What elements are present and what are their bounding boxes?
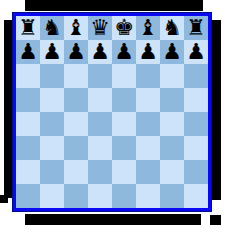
square-h7[interactable]: ♟ <box>184 40 208 64</box>
square-b1[interactable] <box>40 184 64 208</box>
square-c1[interactable] <box>64 184 88 208</box>
square-a7[interactable]: ♟ <box>16 40 40 64</box>
square-a5[interactable] <box>16 88 40 112</box>
square-c2[interactable] <box>64 160 88 184</box>
black-knight-piece[interactable]: ♞ <box>162 16 182 40</box>
square-c4[interactable] <box>64 112 88 136</box>
square-f4[interactable] <box>136 112 160 136</box>
square-f3[interactable] <box>136 136 160 160</box>
square-a8[interactable]: ♜ <box>16 16 40 40</box>
square-f5[interactable] <box>136 88 160 112</box>
square-d3[interactable] <box>88 136 112 160</box>
square-d1[interactable] <box>88 184 112 208</box>
square-e7[interactable]: ♟ <box>112 40 136 64</box>
square-c6[interactable] <box>64 64 88 88</box>
square-b7[interactable]: ♟ <box>40 40 64 64</box>
square-c8[interactable]: ♝ <box>64 16 88 40</box>
black-pawn-piece[interactable]: ♟ <box>42 40 62 64</box>
square-g5[interactable] <box>160 88 184 112</box>
square-a4[interactable] <box>16 112 40 136</box>
square-b5[interactable] <box>40 88 64 112</box>
square-c3[interactable] <box>64 136 88 160</box>
square-b6[interactable] <box>40 64 64 88</box>
square-h3[interactable] <box>184 136 208 160</box>
square-b2[interactable] <box>40 160 64 184</box>
square-e2[interactable] <box>112 160 136 184</box>
square-g2[interactable] <box>160 160 184 184</box>
square-f8[interactable]: ♝ <box>136 16 160 40</box>
black-pawn-piece[interactable]: ♟ <box>18 40 38 64</box>
chess-board: ♜♞♝♛♚♝♞♜♟♟♟♟♟♟♟♟ <box>13 13 211 211</box>
square-a1[interactable] <box>16 184 40 208</box>
square-a2[interactable] <box>16 160 40 184</box>
square-h5[interactable] <box>184 88 208 112</box>
square-a6[interactable] <box>16 64 40 88</box>
square-e1[interactable] <box>112 184 136 208</box>
square-f6[interactable] <box>136 64 160 88</box>
square-e6[interactable] <box>112 64 136 88</box>
square-h8[interactable]: ♜ <box>184 16 208 40</box>
square-d7[interactable]: ♟ <box>88 40 112 64</box>
square-f2[interactable] <box>136 160 160 184</box>
square-b8[interactable]: ♞ <box>40 16 64 40</box>
frame-bottom-right-nub <box>210 215 221 225</box>
square-b3[interactable] <box>40 136 64 160</box>
black-bishop-piece[interactable]: ♝ <box>138 16 158 40</box>
black-pawn-piece[interactable]: ♟ <box>138 40 158 64</box>
square-b4[interactable] <box>40 112 64 136</box>
square-c5[interactable] <box>64 88 88 112</box>
black-rook-piece[interactable]: ♜ <box>18 16 38 40</box>
black-pawn-piece[interactable]: ♟ <box>162 40 182 64</box>
square-d2[interactable] <box>88 160 112 184</box>
square-g6[interactable] <box>160 64 184 88</box>
black-pawn-piece[interactable]: ♟ <box>66 40 86 64</box>
square-d4[interactable] <box>88 112 112 136</box>
square-h2[interactable] <box>184 160 208 184</box>
square-g3[interactable] <box>160 136 184 160</box>
square-d6[interactable] <box>88 64 112 88</box>
frame-bottom-left-nub <box>0 195 8 203</box>
square-f1[interactable] <box>136 184 160 208</box>
square-c7[interactable]: ♟ <box>64 40 88 64</box>
black-pawn-piece[interactable]: ♟ <box>90 40 110 64</box>
square-a3[interactable] <box>16 136 40 160</box>
square-h1[interactable] <box>184 184 208 208</box>
square-g4[interactable] <box>160 112 184 136</box>
square-g8[interactable]: ♞ <box>160 16 184 40</box>
square-e8[interactable]: ♚ <box>112 16 136 40</box>
black-bishop-piece[interactable]: ♝ <box>66 16 86 40</box>
square-h4[interactable] <box>184 112 208 136</box>
square-d8[interactable]: ♛ <box>88 16 112 40</box>
frame-top-bar <box>25 0 203 11</box>
black-pawn-piece[interactable]: ♟ <box>186 40 206 64</box>
black-queen-piece[interactable]: ♛ <box>90 16 110 40</box>
frame-right-bar <box>212 20 221 200</box>
square-d5[interactable] <box>88 88 112 112</box>
square-f7[interactable]: ♟ <box>136 40 160 64</box>
frame-left-bar <box>4 20 12 198</box>
black-knight-piece[interactable]: ♞ <box>42 16 62 40</box>
square-g1[interactable] <box>160 184 184 208</box>
square-g7[interactable]: ♟ <box>160 40 184 64</box>
square-e5[interactable] <box>112 88 136 112</box>
chess-app-window: ♜♞♝♛♚♝♞♜♟♟♟♟♟♟♟♟ <box>0 0 225 225</box>
square-h6[interactable] <box>184 64 208 88</box>
frame-bottom-bar <box>25 214 201 225</box>
black-rook-piece[interactable]: ♜ <box>186 16 206 40</box>
square-e4[interactable] <box>112 112 136 136</box>
black-king-piece[interactable]: ♚ <box>114 16 134 40</box>
black-pawn-piece[interactable]: ♟ <box>114 40 134 64</box>
square-e3[interactable] <box>112 136 136 160</box>
